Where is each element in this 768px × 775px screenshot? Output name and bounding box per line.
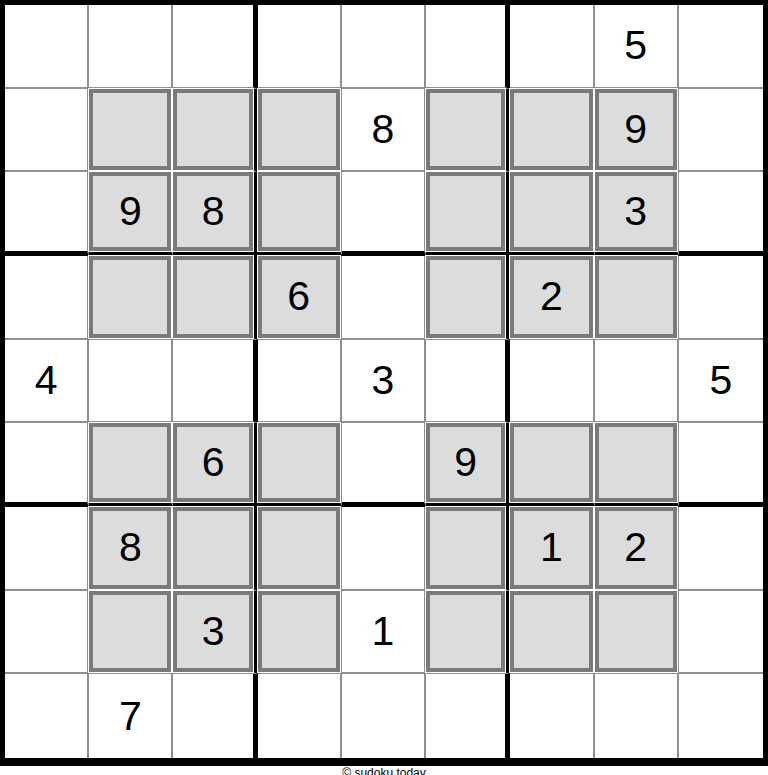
cell-r2c2[interactable] [89, 89, 173, 173]
cell-r7c3[interactable] [173, 507, 257, 591]
cell-r9c8[interactable] [595, 674, 679, 758]
given-digit: 9 [119, 191, 142, 232]
cell-r6c3[interactable]: 6 [173, 423, 257, 507]
cell-r6c8[interactable] [595, 423, 679, 507]
cell-r5c2[interactable] [89, 340, 173, 424]
cell-r5c6[interactable] [426, 340, 510, 424]
cell-r4c7[interactable]: 2 [510, 256, 594, 340]
cell-r6c2[interactable] [89, 423, 173, 507]
given-digit: 3 [202, 611, 225, 652]
cell-r1c6[interactable] [426, 5, 510, 89]
cell-r3c5[interactable] [342, 172, 426, 256]
cell-r3c2[interactable]: 9 [89, 172, 173, 256]
given-digit: 9 [454, 442, 477, 483]
copyright-credit: © sudoku.today [0, 766, 768, 775]
cell-r1c2[interactable] [89, 5, 173, 89]
cell-r8c3[interactable]: 3 [173, 591, 257, 675]
cell-r8c5[interactable]: 1 [342, 591, 426, 675]
cell-r5c3[interactable] [173, 340, 257, 424]
cell-r1c9[interactable] [679, 5, 763, 89]
cell-r2c6[interactable] [426, 89, 510, 173]
cell-r4c3[interactable] [173, 256, 257, 340]
cell-r1c1[interactable] [5, 5, 89, 89]
cell-r8c7[interactable] [510, 591, 594, 675]
cell-r7c5[interactable] [342, 507, 426, 591]
given-digit: 7 [119, 696, 142, 737]
cell-r2c7[interactable] [510, 89, 594, 173]
cell-r9c1[interactable] [5, 674, 89, 758]
cell-r3c9[interactable] [679, 172, 763, 256]
cell-r3c4[interactable] [258, 172, 342, 256]
cell-r9c6[interactable] [426, 674, 510, 758]
given-digit: 6 [287, 276, 310, 317]
cell-r9c9[interactable] [679, 674, 763, 758]
given-digit: 1 [372, 611, 395, 652]
cell-r3c6[interactable] [426, 172, 510, 256]
cell-r7c6[interactable] [426, 507, 510, 591]
cell-r2c9[interactable] [679, 89, 763, 173]
cell-r8c4[interactable] [258, 591, 342, 675]
cell-r5c5[interactable]: 3 [342, 340, 426, 424]
cell-r9c5[interactable] [342, 674, 426, 758]
cell-r5c7[interactable] [510, 340, 594, 424]
cell-r4c9[interactable] [679, 256, 763, 340]
cell-r6c6[interactable]: 9 [426, 423, 510, 507]
given-digit: 5 [709, 360, 732, 401]
cell-r2c4[interactable] [258, 89, 342, 173]
cell-r2c3[interactable] [173, 89, 257, 173]
cell-r5c1[interactable]: 4 [5, 340, 89, 424]
cell-r8c2[interactable] [89, 591, 173, 675]
cell-r1c5[interactable] [342, 5, 426, 89]
cell-r6c4[interactable] [258, 423, 342, 507]
cell-r1c8[interactable]: 5 [595, 5, 679, 89]
cell-r2c5[interactable]: 8 [342, 89, 426, 173]
given-digit: 6 [202, 442, 225, 483]
cell-r4c8[interactable] [595, 256, 679, 340]
given-digit: 8 [119, 527, 142, 568]
cell-r1c3[interactable] [173, 5, 257, 89]
cell-r4c4[interactable]: 6 [258, 256, 342, 340]
cell-r7c1[interactable] [5, 507, 89, 591]
cell-r3c8[interactable]: 3 [595, 172, 679, 256]
cell-r7c4[interactable] [258, 507, 342, 591]
cell-r2c8[interactable]: 9 [595, 89, 679, 173]
given-digit: 3 [372, 360, 395, 401]
cell-r7c2[interactable]: 8 [89, 507, 173, 591]
cell-r4c5[interactable] [342, 256, 426, 340]
given-digit: 1 [540, 527, 563, 568]
cell-r8c9[interactable] [679, 591, 763, 675]
given-digit: 8 [202, 191, 225, 232]
cell-r9c2[interactable]: 7 [89, 674, 173, 758]
cell-r9c7[interactable] [510, 674, 594, 758]
given-digit: 9 [624, 109, 647, 150]
given-digit: 3 [624, 191, 647, 232]
cell-r4c2[interactable] [89, 256, 173, 340]
given-digit: 5 [624, 25, 647, 66]
cell-r6c1[interactable] [5, 423, 89, 507]
cell-r6c9[interactable] [679, 423, 763, 507]
cell-r5c9[interactable]: 5 [679, 340, 763, 424]
sudoku-page: 5899836243569812317 © sudoku.today [0, 0, 768, 775]
cell-r5c8[interactable] [595, 340, 679, 424]
cell-r3c1[interactable] [5, 172, 89, 256]
cell-r7c9[interactable] [679, 507, 763, 591]
cell-r6c5[interactable] [342, 423, 426, 507]
cell-r7c7[interactable]: 1 [510, 507, 594, 591]
sudoku-board: 5899836243569812317 [0, 0, 768, 766]
cell-r4c1[interactable] [5, 256, 89, 340]
cell-r6c7[interactable] [510, 423, 594, 507]
cell-r3c3[interactable]: 8 [173, 172, 257, 256]
cell-r1c7[interactable] [510, 5, 594, 89]
cell-r5c4[interactable] [258, 340, 342, 424]
cell-r1c4[interactable] [258, 5, 342, 89]
cell-r8c1[interactable] [5, 591, 89, 675]
given-digit: 4 [35, 360, 58, 401]
cell-r2c1[interactable] [5, 89, 89, 173]
cell-r7c8[interactable]: 2 [595, 507, 679, 591]
given-digit: 8 [372, 109, 395, 150]
cell-r8c8[interactable] [595, 591, 679, 675]
cell-r3c7[interactable] [510, 172, 594, 256]
cell-r8c6[interactable] [426, 591, 510, 675]
given-digit: 2 [624, 527, 647, 568]
cell-r9c4[interactable] [258, 674, 342, 758]
given-digit: 2 [540, 276, 563, 317]
cell-r4c6[interactable] [426, 256, 510, 340]
cell-r9c3[interactable] [173, 674, 257, 758]
